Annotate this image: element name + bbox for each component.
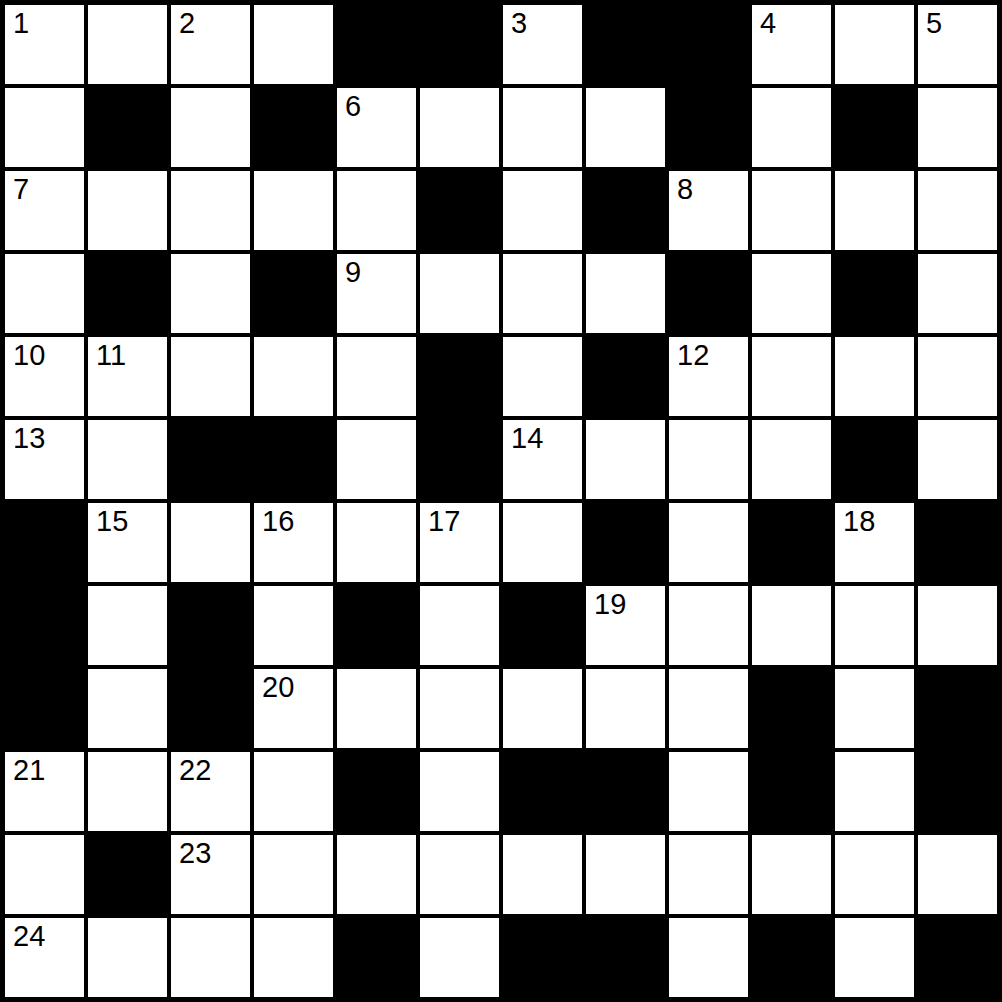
black-cell-r2c4 [254, 88, 333, 167]
black-cell-r6c6 [420, 420, 499, 499]
black-cell-r2c11 [835, 88, 914, 167]
cell-r2c7[interactable] [503, 88, 582, 167]
black-cell-r12c10 [752, 918, 831, 997]
cell-r6c8[interactable] [586, 420, 665, 499]
cell-r4c1[interactable] [5, 254, 84, 333]
clue-number-9: 9 [345, 258, 361, 287]
cell-r4c10[interactable] [752, 254, 831, 333]
clue-number-23: 23 [179, 839, 211, 868]
clue-number-24: 24 [13, 922, 45, 951]
cell-r8c11[interactable] [835, 586, 914, 665]
cell-r6c7[interactable]: 14 [503, 420, 582, 499]
cell-r7c11[interactable]: 18 [835, 503, 914, 582]
black-cell-r9c3 [171, 669, 250, 748]
cell-r4c3[interactable] [171, 254, 250, 333]
black-cell-r12c7 [503, 918, 582, 997]
black-cell-r1c8 [586, 5, 665, 84]
black-cell-r7c10 [752, 503, 831, 582]
cell-r8c6[interactable] [420, 586, 499, 665]
cell-r7c3[interactable] [171, 503, 250, 582]
cell-r2c3[interactable] [171, 88, 250, 167]
cell-r10c9[interactable] [669, 752, 748, 831]
cell-r3c1[interactable]: 7 [5, 171, 84, 250]
black-cell-r4c9 [669, 254, 748, 333]
black-cell-r4c4 [254, 254, 333, 333]
black-cell-r10c5 [337, 752, 416, 831]
cell-r3c12[interactable] [918, 171, 997, 250]
cell-r5c4[interactable] [254, 337, 333, 416]
crossword-board: 123456789101112131415161718192021222324 [0, 0, 1002, 1002]
cell-r5c10[interactable] [752, 337, 831, 416]
cell-r5c9[interactable]: 12 [669, 337, 748, 416]
cell-r3c4[interactable] [254, 171, 333, 250]
cell-r10c11[interactable] [835, 752, 914, 831]
cell-r1c1[interactable]: 1 [5, 5, 84, 84]
cell-r8c2[interactable] [88, 586, 167, 665]
cell-r6c9[interactable] [669, 420, 748, 499]
clue-number-19: 19 [594, 590, 626, 619]
cell-r2c1[interactable] [5, 88, 84, 167]
black-cell-r8c7 [503, 586, 582, 665]
black-cell-r10c12 [918, 752, 997, 831]
cell-r7c5[interactable] [337, 503, 416, 582]
cell-r9c5[interactable] [337, 669, 416, 748]
cell-r7c9[interactable] [669, 503, 748, 582]
cell-r11c1[interactable] [5, 835, 84, 914]
clue-number-22: 22 [179, 756, 211, 785]
clue-number-8: 8 [677, 175, 693, 204]
cell-r12c9[interactable] [669, 918, 748, 997]
cell-r8c12[interactable] [918, 586, 997, 665]
cell-r6c5[interactable] [337, 420, 416, 499]
clue-number-14: 14 [511, 424, 543, 453]
cell-r6c1[interactable]: 13 [5, 420, 84, 499]
cell-r12c11[interactable] [835, 918, 914, 997]
black-cell-r12c12 [918, 918, 997, 997]
black-cell-r5c6 [420, 337, 499, 416]
cell-r5c2[interactable]: 11 [88, 337, 167, 416]
cell-r11c4[interactable] [254, 835, 333, 914]
cell-r6c2[interactable] [88, 420, 167, 499]
black-cell-r4c2 [88, 254, 167, 333]
cell-r1c7[interactable]: 3 [503, 5, 582, 84]
black-cell-r8c1 [5, 586, 84, 665]
black-cell-r3c8 [586, 171, 665, 250]
black-cell-r3c6 [420, 171, 499, 250]
cell-r12c2[interactable] [88, 918, 167, 997]
cell-r4c5[interactable]: 9 [337, 254, 416, 333]
cell-r11c8[interactable] [586, 835, 665, 914]
cell-r9c4[interactable]: 20 [254, 669, 333, 748]
clue-number-18: 18 [843, 507, 875, 536]
clue-number-7: 7 [13, 175, 29, 204]
cell-r11c9[interactable] [669, 835, 748, 914]
cell-r2c6[interactable] [420, 88, 499, 167]
cell-r11c7[interactable] [503, 835, 582, 914]
cell-r1c3[interactable]: 2 [171, 5, 250, 84]
black-cell-r7c1 [5, 503, 84, 582]
cell-r5c3[interactable] [171, 337, 250, 416]
cell-r3c7[interactable] [503, 171, 582, 250]
cell-r10c3[interactable]: 22 [171, 752, 250, 831]
clue-number-6: 6 [345, 92, 361, 121]
cell-r12c1[interactable]: 24 [5, 918, 84, 997]
clue-number-16: 16 [262, 507, 294, 536]
black-cell-r10c7 [503, 752, 582, 831]
cell-r8c4[interactable] [254, 586, 333, 665]
black-cell-r7c8 [586, 503, 665, 582]
cell-r3c3[interactable] [171, 171, 250, 250]
cell-r5c12[interactable] [918, 337, 997, 416]
cell-r9c7[interactable] [503, 669, 582, 748]
cell-r11c11[interactable] [835, 835, 914, 914]
cell-r7c6[interactable]: 17 [420, 503, 499, 582]
cell-r10c6[interactable] [420, 752, 499, 831]
cell-r10c1[interactable]: 21 [5, 752, 84, 831]
cell-r4c12[interactable] [918, 254, 997, 333]
cell-r12c4[interactable] [254, 918, 333, 997]
clue-number-4: 4 [760, 9, 776, 38]
cell-r11c12[interactable] [918, 835, 997, 914]
clue-number-21: 21 [13, 756, 45, 785]
cell-r2c5[interactable]: 6 [337, 88, 416, 167]
cell-r8c10[interactable] [752, 586, 831, 665]
cell-r1c4[interactable] [254, 5, 333, 84]
black-cell-r1c6 [420, 5, 499, 84]
cell-r2c8[interactable] [586, 88, 665, 167]
cell-r3c10[interactable] [752, 171, 831, 250]
cell-r1c12[interactable]: 5 [918, 5, 997, 84]
black-cell-r12c8 [586, 918, 665, 997]
black-cell-r1c9 [669, 5, 748, 84]
cell-r1c2[interactable] [88, 5, 167, 84]
clue-number-10: 10 [13, 341, 45, 370]
cell-r9c9[interactable] [669, 669, 748, 748]
clue-number-1: 1 [13, 9, 29, 38]
cell-r11c5[interactable] [337, 835, 416, 914]
black-cell-r9c12 [918, 669, 997, 748]
black-cell-r6c11 [835, 420, 914, 499]
cell-r10c4[interactable] [254, 752, 333, 831]
cell-r12c3[interactable] [171, 918, 250, 997]
black-cell-r6c4 [254, 420, 333, 499]
clue-number-13: 13 [13, 424, 45, 453]
cell-r11c6[interactable] [420, 835, 499, 914]
cell-r3c5[interactable] [337, 171, 416, 250]
cell-r4c8[interactable] [586, 254, 665, 333]
black-cell-r8c5 [337, 586, 416, 665]
black-cell-r5c8 [586, 337, 665, 416]
cell-r5c11[interactable] [835, 337, 914, 416]
cell-r5c5[interactable] [337, 337, 416, 416]
cell-r5c1[interactable]: 10 [5, 337, 84, 416]
black-cell-r10c10 [752, 752, 831, 831]
black-cell-r2c2 [88, 88, 167, 167]
cell-r9c6[interactable] [420, 669, 499, 748]
cell-r6c12[interactable] [918, 420, 997, 499]
cell-r1c10[interactable]: 4 [752, 5, 831, 84]
cell-r11c3[interactable]: 23 [171, 835, 250, 914]
black-cell-r2c9 [669, 88, 748, 167]
clue-number-2: 2 [179, 9, 195, 38]
cell-r7c2[interactable]: 15 [88, 503, 167, 582]
cell-r4c6[interactable] [420, 254, 499, 333]
cell-r5c7[interactable] [503, 337, 582, 416]
clue-number-5: 5 [926, 9, 942, 38]
cell-r9c11[interactable] [835, 669, 914, 748]
black-cell-r1c5 [337, 5, 416, 84]
clue-number-3: 3 [511, 9, 527, 38]
cell-r7c7[interactable] [503, 503, 582, 582]
clue-number-17: 17 [428, 507, 460, 536]
cell-r8c8[interactable]: 19 [586, 586, 665, 665]
cell-r3c2[interactable] [88, 171, 167, 250]
cell-r3c9[interactable]: 8 [669, 171, 748, 250]
black-cell-r7c12 [918, 503, 997, 582]
cell-r10c2[interactable] [88, 752, 167, 831]
black-cell-r4c11 [835, 254, 914, 333]
black-cell-r9c1 [5, 669, 84, 748]
clue-number-20: 20 [262, 673, 294, 702]
cell-r8c9[interactable] [669, 586, 748, 665]
black-cell-r9c10 [752, 669, 831, 748]
cell-r11c10[interactable] [752, 835, 831, 914]
cell-r9c8[interactable] [586, 669, 665, 748]
cell-r4c7[interactable] [503, 254, 582, 333]
black-cell-r11c2 [88, 835, 167, 914]
clue-number-15: 15 [96, 507, 128, 536]
clue-number-11: 11 [96, 341, 126, 370]
black-cell-r8c3 [171, 586, 250, 665]
cell-r7c4[interactable]: 16 [254, 503, 333, 582]
cell-r2c12[interactable] [918, 88, 997, 167]
black-cell-r12c5 [337, 918, 416, 997]
black-cell-r10c8 [586, 752, 665, 831]
cell-r6c10[interactable] [752, 420, 831, 499]
cell-r9c2[interactable] [88, 669, 167, 748]
cell-r1c11[interactable] [835, 5, 914, 84]
clue-number-12: 12 [677, 341, 709, 370]
cell-r3c11[interactable] [835, 171, 914, 250]
cell-r12c6[interactable] [420, 918, 499, 997]
black-cell-r6c3 [171, 420, 250, 499]
cell-r2c10[interactable] [752, 88, 831, 167]
